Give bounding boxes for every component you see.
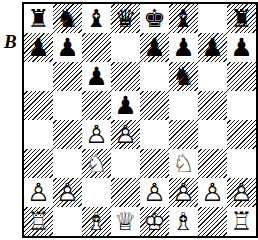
square-e8[interactable]: ♚	[140, 4, 169, 33]
piece-white-pawn: ♟♙	[24, 178, 53, 207]
square-b8[interactable]: ♞	[53, 4, 82, 33]
square-h7[interactable]: ♟	[227, 33, 256, 62]
piece-black-pawn: ♟	[140, 33, 169, 62]
square-h2[interactable]: ♟♙	[227, 178, 256, 207]
piece-white-bishop: ♝♗	[169, 207, 198, 236]
piece-white-rook: ♜♖	[24, 207, 53, 236]
square-c4[interactable]: ♟♙	[82, 120, 111, 149]
square-a8[interactable]: ♜	[24, 4, 53, 33]
square-b2[interactable]: ♟♙	[53, 178, 82, 207]
square-a4[interactable]	[24, 120, 53, 149]
square-h4[interactable]	[227, 120, 256, 149]
square-d1[interactable]: ♛♕	[111, 207, 140, 236]
square-e5[interactable]	[140, 91, 169, 120]
chess-diagram: B ♜♞♝♛♚♝♜♟♟♟♟♟♟♟♞♟♟♙♟♙♞♘♞♘♟♙♟♙♟♙♟♙♟♙♟♙♜♖…	[0, 0, 258, 240]
piece-white-bishop: ♝♗	[82, 207, 111, 236]
square-b7[interactable]: ♟	[53, 33, 82, 62]
side-to-move-label: B	[4, 31, 17, 53]
piece-white-pawn: ♟♙	[140, 178, 169, 207]
square-a5[interactable]	[24, 91, 53, 120]
square-g5[interactable]	[198, 91, 227, 120]
piece-black-pawn: ♟	[169, 33, 198, 62]
square-d8[interactable]: ♛	[111, 4, 140, 33]
piece-white-pawn: ♟♙	[227, 178, 256, 207]
square-b5[interactable]	[53, 91, 82, 120]
square-g2[interactable]: ♟♙	[198, 178, 227, 207]
square-d7[interactable]	[111, 33, 140, 62]
square-f4[interactable]	[169, 120, 198, 149]
square-e2[interactable]: ♟♙	[140, 178, 169, 207]
square-c7[interactable]	[82, 33, 111, 62]
square-a2[interactable]: ♟♙	[24, 178, 53, 207]
piece-white-pawn: ♟♙	[111, 120, 140, 149]
piece-black-king: ♚	[140, 4, 169, 33]
square-h5[interactable]	[227, 91, 256, 120]
piece-black-pawn: ♟	[24, 33, 53, 62]
square-h1[interactable]: ♜♖	[227, 207, 256, 236]
piece-white-pawn: ♟♙	[53, 178, 82, 207]
square-b3[interactable]	[53, 149, 82, 178]
piece-black-pawn: ♟	[227, 33, 256, 62]
piece-black-pawn: ♟	[53, 33, 82, 62]
piece-white-knight: ♞♘	[82, 149, 111, 178]
square-e4[interactable]	[140, 120, 169, 149]
square-e3[interactable]	[140, 149, 169, 178]
square-h8[interactable]: ♜	[227, 4, 256, 33]
piece-white-queen: ♛♕	[111, 207, 140, 236]
square-g1[interactable]	[198, 207, 227, 236]
piece-black-bishop: ♝	[82, 4, 111, 33]
piece-white-knight: ♞♘	[169, 149, 198, 178]
square-f8[interactable]: ♝	[169, 4, 198, 33]
square-g8[interactable]	[198, 4, 227, 33]
square-c3[interactable]: ♞♘	[82, 149, 111, 178]
piece-white-pawn: ♟♙	[198, 178, 227, 207]
piece-black-rook: ♜	[24, 4, 53, 33]
chess-board: ♜♞♝♛♚♝♜♟♟♟♟♟♟♟♞♟♟♙♟♙♞♘♞♘♟♙♟♙♟♙♟♙♟♙♟♙♜♖♝♗…	[22, 2, 258, 238]
piece-white-pawn: ♟♙	[82, 120, 111, 149]
square-h6[interactable]	[227, 62, 256, 91]
square-g6[interactable]	[198, 62, 227, 91]
piece-white-pawn: ♟♙	[169, 178, 198, 207]
square-c1[interactable]: ♝♗	[82, 207, 111, 236]
square-h3[interactable]	[227, 149, 256, 178]
square-f2[interactable]: ♟♙	[169, 178, 198, 207]
square-a6[interactable]	[24, 62, 53, 91]
piece-black-bishop: ♝	[169, 4, 198, 33]
piece-black-queen: ♛	[111, 4, 140, 33]
square-f1[interactable]: ♝♗	[169, 207, 198, 236]
piece-white-king: ♚♔	[140, 207, 169, 236]
square-c2[interactable]	[82, 178, 111, 207]
square-d5[interactable]: ♟	[111, 91, 140, 120]
square-d6[interactable]	[111, 62, 140, 91]
square-b6[interactable]	[53, 62, 82, 91]
square-g7[interactable]: ♟	[198, 33, 227, 62]
square-c8[interactable]: ♝	[82, 4, 111, 33]
piece-black-knight: ♞	[169, 62, 198, 91]
square-e6[interactable]	[140, 62, 169, 91]
square-a1[interactable]: ♜♖	[24, 207, 53, 236]
square-a7[interactable]: ♟	[24, 33, 53, 62]
piece-black-knight: ♞	[53, 4, 82, 33]
square-f7[interactable]: ♟	[169, 33, 198, 62]
square-d4[interactable]: ♟♙	[111, 120, 140, 149]
square-b1[interactable]	[53, 207, 82, 236]
square-d3[interactable]	[111, 149, 140, 178]
square-g4[interactable]	[198, 120, 227, 149]
piece-black-pawn: ♟	[198, 33, 227, 62]
square-e7[interactable]: ♟	[140, 33, 169, 62]
square-f3[interactable]: ♞♘	[169, 149, 198, 178]
square-f5[interactable]	[169, 91, 198, 120]
piece-black-rook: ♜	[227, 4, 256, 33]
piece-black-pawn: ♟	[111, 91, 140, 120]
square-a3[interactable]	[24, 149, 53, 178]
piece-white-rook: ♜♖	[227, 207, 256, 236]
square-d2[interactable]	[111, 178, 140, 207]
piece-black-pawn: ♟	[82, 62, 111, 91]
square-f6[interactable]: ♞	[169, 62, 198, 91]
square-c6[interactable]: ♟	[82, 62, 111, 91]
square-e1[interactable]: ♚♔	[140, 207, 169, 236]
square-b4[interactable]	[53, 120, 82, 149]
square-g3[interactable]	[198, 149, 227, 178]
square-c5[interactable]	[82, 91, 111, 120]
